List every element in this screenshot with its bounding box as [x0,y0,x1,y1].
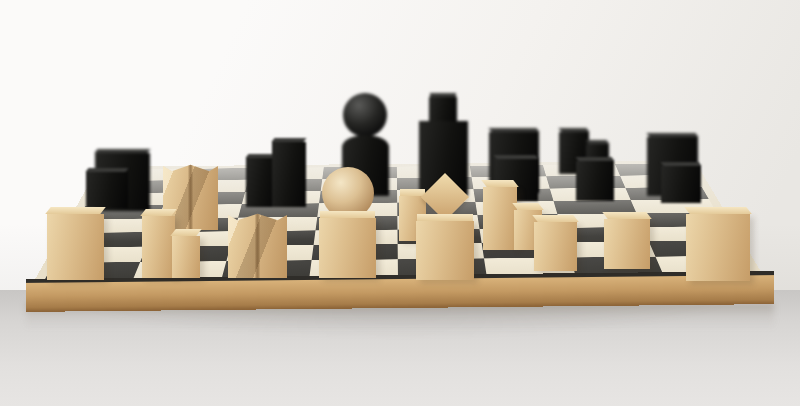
black-pawn-h7[interactable] [661,166,701,203]
white-pawn-g2[interactable] [604,219,650,269]
white-knight-b1[interactable] [142,216,200,278]
black-pawn-a7[interactable] [86,172,128,208]
bauhaus-chess-photo [0,0,800,406]
white-king-e1[interactable] [416,177,474,280]
white-rook-a1[interactable] [47,214,104,280]
black-pawn-g7[interactable] [576,161,614,201]
white-rook-h1[interactable] [686,214,750,281]
white-queen-d1[interactable] [319,167,376,278]
black-queen-ball [343,93,387,137]
white-pawn-f2[interactable] [534,222,577,271]
black-knight-c6[interactable] [246,142,306,207]
white-bishop-c1[interactable] [228,213,287,278]
